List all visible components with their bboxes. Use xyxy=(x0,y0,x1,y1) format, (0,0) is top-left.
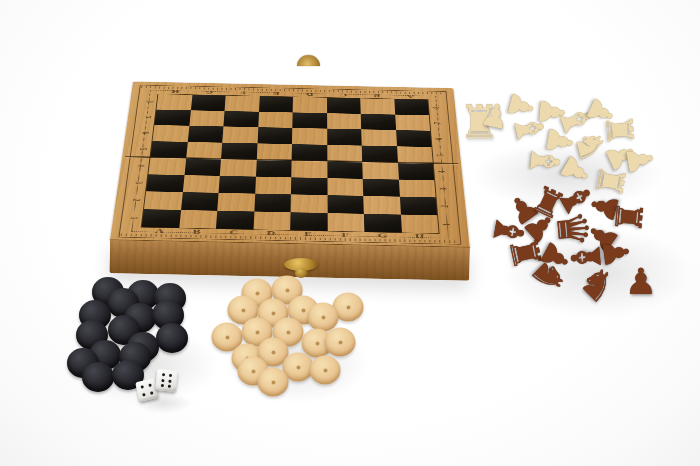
file-label-bottom-D: D xyxy=(253,229,290,237)
die-pip xyxy=(160,383,163,386)
board-square-h6 xyxy=(396,130,432,147)
board-square-g7 xyxy=(361,114,396,130)
board-square-e6 xyxy=(292,128,327,145)
board-square-b4 xyxy=(184,158,221,176)
board-square-a7 xyxy=(155,109,191,125)
file-label-bottom-E: E xyxy=(290,230,327,238)
die-pip xyxy=(142,393,146,397)
board-square-e5 xyxy=(292,144,327,161)
board-square-d6 xyxy=(257,127,292,144)
board-face-wrap: ABCDEFGH ABCDEFGH 87654321 87654321 xyxy=(110,82,470,249)
black-checker xyxy=(156,323,188,353)
board-square-c4 xyxy=(220,159,257,177)
die-pip xyxy=(169,374,172,377)
die-pip xyxy=(168,384,171,387)
board-square-f1 xyxy=(327,213,364,232)
wooden-checker xyxy=(325,328,356,357)
board-square-c3 xyxy=(219,176,256,194)
die-pip xyxy=(161,378,164,381)
board-square-e3 xyxy=(291,177,327,195)
board-square-b7 xyxy=(189,110,225,126)
board-square-f7 xyxy=(327,113,362,129)
board-square-c7 xyxy=(223,111,258,127)
product-photo-stage: ABCDEFGH ABCDEFGH 87654321 87654321 ♜♟♟♝… xyxy=(0,0,700,466)
board-square-g2 xyxy=(363,196,400,214)
board-square-g8 xyxy=(360,98,395,114)
board-square-c1 xyxy=(216,210,254,229)
board-square-h4 xyxy=(397,163,434,181)
board-square-c5 xyxy=(221,142,257,159)
board-square-b5 xyxy=(186,142,222,159)
board-square-f6 xyxy=(327,129,362,146)
board-face: ABCDEFGH ABCDEFGH 87654321 87654321 xyxy=(110,82,470,249)
board-square-f8 xyxy=(327,98,361,114)
die-pip xyxy=(161,373,164,376)
die-pip xyxy=(150,391,154,395)
file-label-bottom-G: G xyxy=(364,232,402,240)
hinge-knob xyxy=(297,55,320,66)
board-square-f2 xyxy=(327,195,364,213)
board-square-a5 xyxy=(150,141,187,158)
board-square-h7 xyxy=(395,114,430,130)
board-square-h1 xyxy=(400,214,438,233)
board-square-e8 xyxy=(293,97,327,113)
board-square-d1 xyxy=(253,211,290,230)
board-square-b6 xyxy=(187,126,223,143)
board-square-d4 xyxy=(256,160,292,178)
board-square-d7 xyxy=(258,112,293,128)
board-square-e1 xyxy=(290,212,327,231)
board-square-d3 xyxy=(255,176,292,194)
brass-clasp-hook xyxy=(295,268,307,278)
die-pip xyxy=(148,383,152,387)
board-square-g5 xyxy=(362,145,398,162)
board-square-c2 xyxy=(217,193,254,211)
board-square-h2 xyxy=(399,197,437,215)
file-label-bottom-H: H xyxy=(401,232,439,240)
file-label-bottom-B: B xyxy=(178,228,216,236)
board-square-b2 xyxy=(181,192,219,210)
board-square-g6 xyxy=(361,129,396,146)
die-pip xyxy=(168,379,171,382)
file-label-bottom-A: A xyxy=(141,227,179,235)
board-square-f4 xyxy=(327,161,363,179)
wooden-checker xyxy=(308,303,339,332)
board-square-d5 xyxy=(256,143,292,160)
board-square-d8 xyxy=(259,96,293,112)
board-square-a1 xyxy=(142,209,181,228)
board-square-f3 xyxy=(327,178,363,196)
board-square-b8 xyxy=(190,95,225,111)
board-square-a6 xyxy=(153,125,189,142)
wooden-checker xyxy=(258,368,289,397)
die-6 xyxy=(154,368,177,391)
board-grid xyxy=(142,94,439,233)
board-square-h8 xyxy=(394,99,429,115)
board-square-b1 xyxy=(179,210,217,229)
board-square-g4 xyxy=(362,162,398,180)
board-square-a3 xyxy=(146,174,184,192)
board-square-g1 xyxy=(364,214,402,233)
board-square-g3 xyxy=(363,179,400,197)
board-square-a4 xyxy=(148,157,185,175)
file-label-bottom-C: C xyxy=(215,229,253,237)
board-square-h5 xyxy=(397,146,433,163)
board-square-b3 xyxy=(182,175,219,193)
black-checker xyxy=(82,362,114,392)
board-square-f5 xyxy=(327,145,362,162)
board-square-a2 xyxy=(144,191,182,209)
board-square-e4 xyxy=(291,160,327,178)
board-square-e2 xyxy=(291,194,328,212)
board-square-e7 xyxy=(292,112,326,128)
board-square-d2 xyxy=(254,194,291,212)
wooden-checker xyxy=(310,356,341,385)
board-square-h3 xyxy=(398,179,435,197)
board-square-a8 xyxy=(156,94,192,110)
board-square-c8 xyxy=(225,96,260,112)
brown-piece-pawn: ♟ xyxy=(625,264,657,300)
die-pip xyxy=(140,385,144,389)
file-label-bottom-F: F xyxy=(327,231,364,239)
board-square-c6 xyxy=(222,126,258,143)
